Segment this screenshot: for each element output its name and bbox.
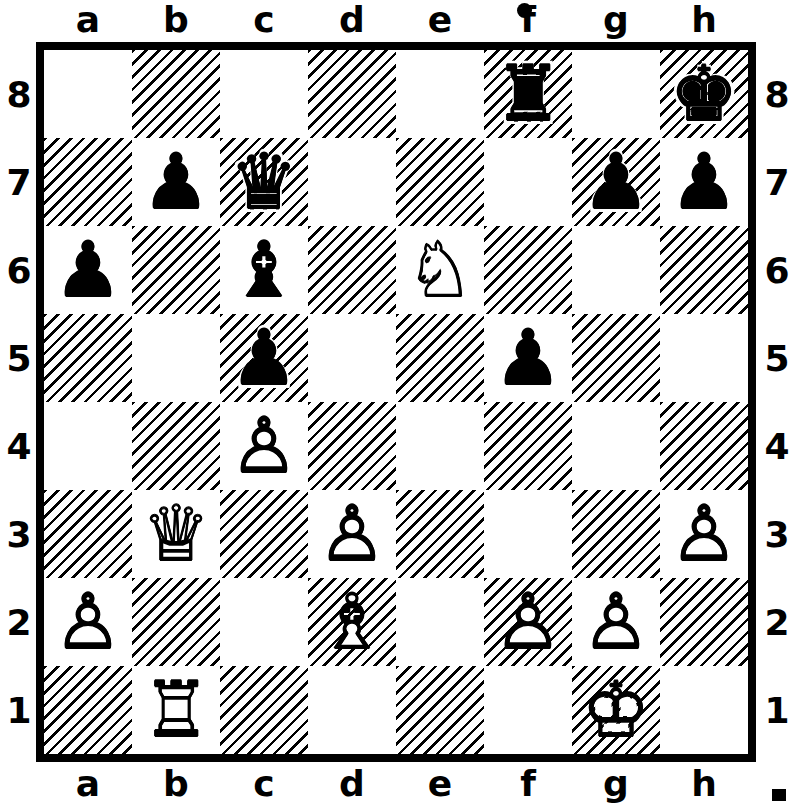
piece-white-king-g1: ♚♔ [572, 666, 660, 754]
piece-glyph: ♙ [484, 578, 572, 666]
square-g7: ♟♟ [572, 138, 660, 226]
piece-glyph: ♙ [660, 490, 748, 578]
file-label-h: h [660, 0, 748, 40]
piece-glyph: ♟ [572, 138, 660, 226]
square-b3: ♛♕ [132, 490, 220, 578]
rank-label-7: 7 [762, 138, 791, 226]
square-e6: ♞♘ [396, 226, 484, 314]
square-e1 [396, 666, 484, 754]
rank-label-2: 2 [762, 578, 791, 666]
piece-glyph: ♖ [132, 666, 220, 754]
square-c5: ♟♟ [220, 314, 308, 402]
piece-black-rook-f8: ♜♜ [484, 50, 572, 138]
file-labels-top: abcdefgh [44, 0, 748, 40]
square-h3: ♟♙ [660, 490, 748, 578]
piece-white-pawn-f2: ♟♙ [484, 578, 572, 666]
square-g6 [572, 226, 660, 314]
piece-glyph: ♙ [308, 490, 396, 578]
square-a4 [44, 402, 132, 490]
piece-black-pawn-c5: ♟♟ [220, 314, 308, 402]
square-g8 [572, 50, 660, 138]
rank-label-6: 6 [762, 226, 791, 314]
file-label-a: a [44, 760, 132, 806]
rank-label-7: 7 [4, 138, 34, 226]
rank-label-2: 2 [4, 578, 34, 666]
square-d3: ♟♙ [308, 490, 396, 578]
square-a1 [44, 666, 132, 754]
chess-diagram: abcdefgh 87654321 ♜♜♚♚♟♟♛♛♟♟♟♟♟♟♝♝♞♘♟♟♟♟… [0, 0, 791, 808]
file-label-c: c [220, 0, 308, 40]
square-d1 [308, 666, 396, 754]
rank-label-5: 5 [4, 314, 34, 402]
piece-white-pawn-c4: ♟♙ [220, 402, 308, 490]
ink-mark-artifact [772, 789, 786, 801]
piece-glyph: ♟ [44, 226, 132, 314]
chess-board: ♜♜♚♚♟♟♛♛♟♟♟♟♟♟♝♝♞♘♟♟♟♟♟♙♛♕♟♙♟♙♟♙♝♗♟♙♟♙♜♖… [36, 42, 756, 762]
piece-white-pawn-h3: ♟♙ [660, 490, 748, 578]
square-e5 [396, 314, 484, 402]
square-h5 [660, 314, 748, 402]
piece-glyph: ♙ [44, 578, 132, 666]
file-label-c: c [220, 760, 308, 806]
file-label-d: d [308, 0, 396, 40]
rank-label-4: 4 [762, 402, 791, 490]
square-a2: ♟♙ [44, 578, 132, 666]
square-c3 [220, 490, 308, 578]
piece-black-pawn-g7: ♟♟ [572, 138, 660, 226]
square-h1 [660, 666, 748, 754]
square-b4 [132, 402, 220, 490]
square-d5 [308, 314, 396, 402]
square-f8: ♜♜ [484, 50, 572, 138]
piece-glyph: ♘ [396, 226, 484, 314]
piece-white-bishop-d2: ♝♗ [308, 578, 396, 666]
square-b1: ♜♖ [132, 666, 220, 754]
square-e2 [396, 578, 484, 666]
piece-glyph: ♗ [308, 578, 396, 666]
square-g4 [572, 402, 660, 490]
rank-label-5: 5 [762, 314, 791, 402]
piece-white-pawn-a2: ♟♙ [44, 578, 132, 666]
piece-glyph: ♝ [220, 226, 308, 314]
file-label-g: g [572, 760, 660, 806]
piece-black-king-h8: ♚♚ [660, 50, 748, 138]
file-label-e: e [396, 760, 484, 806]
piece-black-pawn-a6: ♟♟ [44, 226, 132, 314]
piece-black-queen-c7: ♛♛ [220, 138, 308, 226]
square-c7: ♛♛ [220, 138, 308, 226]
square-h4 [660, 402, 748, 490]
square-a3 [44, 490, 132, 578]
square-f6 [484, 226, 572, 314]
square-g1: ♚♔ [572, 666, 660, 754]
square-f7 [484, 138, 572, 226]
square-f3 [484, 490, 572, 578]
square-c2 [220, 578, 308, 666]
piece-glyph: ♟ [220, 314, 308, 402]
square-b8 [132, 50, 220, 138]
file-label-e: e [396, 0, 484, 40]
square-d6 [308, 226, 396, 314]
file-label-b: b [132, 0, 220, 40]
rank-label-4: 4 [4, 402, 34, 490]
square-h6 [660, 226, 748, 314]
square-e7 [396, 138, 484, 226]
ink-dot-artifact [517, 3, 532, 18]
square-a5 [44, 314, 132, 402]
piece-black-pawn-f5: ♟♟ [484, 314, 572, 402]
piece-glyph: ♙ [220, 402, 308, 490]
square-c4: ♟♙ [220, 402, 308, 490]
piece-glyph: ♚ [660, 50, 748, 138]
file-label-h: h [660, 760, 748, 806]
piece-white-rook-b1: ♜♖ [132, 666, 220, 754]
square-b5 [132, 314, 220, 402]
rank-label-3: 3 [762, 490, 791, 578]
rank-labels-left: 87654321 [4, 50, 34, 754]
square-d7 [308, 138, 396, 226]
square-h8: ♚♚ [660, 50, 748, 138]
square-h2 [660, 578, 748, 666]
square-c1 [220, 666, 308, 754]
square-f5: ♟♟ [484, 314, 572, 402]
square-d2: ♝♗ [308, 578, 396, 666]
square-a8 [44, 50, 132, 138]
file-label-d: d [308, 760, 396, 806]
file-label-f: f [484, 760, 572, 806]
square-e8 [396, 50, 484, 138]
square-e4 [396, 402, 484, 490]
square-g5 [572, 314, 660, 402]
piece-glyph: ♟ [132, 138, 220, 226]
square-d8 [308, 50, 396, 138]
piece-glyph: ♛ [220, 138, 308, 226]
square-f2: ♟♙ [484, 578, 572, 666]
piece-glyph: ♟ [660, 138, 748, 226]
piece-black-pawn-b7: ♟♟ [132, 138, 220, 226]
piece-glyph: ♟ [484, 314, 572, 402]
square-a7 [44, 138, 132, 226]
rank-label-1: 1 [762, 666, 791, 754]
rank-label-8: 8 [762, 50, 791, 138]
file-label-a: a [44, 0, 132, 40]
square-b7: ♟♟ [132, 138, 220, 226]
piece-black-pawn-h7: ♟♟ [660, 138, 748, 226]
rank-label-8: 8 [4, 50, 34, 138]
square-f1 [484, 666, 572, 754]
rank-labels-right: 87654321 [762, 50, 791, 754]
rank-label-3: 3 [4, 490, 34, 578]
square-c8 [220, 50, 308, 138]
piece-white-pawn-d3: ♟♙ [308, 490, 396, 578]
square-d4 [308, 402, 396, 490]
piece-black-bishop-c6: ♝♝ [220, 226, 308, 314]
piece-glyph: ♕ [132, 490, 220, 578]
square-g2: ♟♙ [572, 578, 660, 666]
piece-white-pawn-g2: ♟♙ [572, 578, 660, 666]
rank-label-1: 1 [4, 666, 34, 754]
square-c6: ♝♝ [220, 226, 308, 314]
square-a6: ♟♟ [44, 226, 132, 314]
piece-white-knight-e6: ♞♘ [396, 226, 484, 314]
file-label-b: b [132, 760, 220, 806]
file-label-g: g [572, 0, 660, 40]
square-b6 [132, 226, 220, 314]
square-g3 [572, 490, 660, 578]
square-b2 [132, 578, 220, 666]
square-f4 [484, 402, 572, 490]
file-labels-bottom: abcdefgh [44, 760, 748, 806]
rank-label-6: 6 [4, 226, 34, 314]
piece-white-queen-b3: ♛♕ [132, 490, 220, 578]
piece-glyph: ♔ [572, 666, 660, 754]
square-e3 [396, 490, 484, 578]
square-h7: ♟♟ [660, 138, 748, 226]
piece-glyph: ♜ [484, 50, 572, 138]
piece-glyph: ♙ [572, 578, 660, 666]
